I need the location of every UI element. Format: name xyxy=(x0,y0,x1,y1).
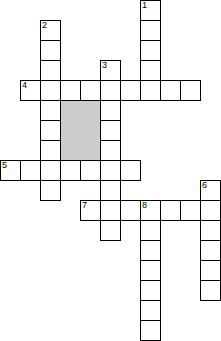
crossword-cell[interactable] xyxy=(40,80,61,101)
crossword-cell[interactable] xyxy=(40,160,61,181)
clue-number: 6 xyxy=(202,181,207,190)
crossword-cell[interactable] xyxy=(140,280,161,301)
crossword-cell[interactable] xyxy=(40,120,61,141)
crossword-cell[interactable] xyxy=(80,160,101,181)
crossword-cell[interactable] xyxy=(100,200,121,221)
crossword-cell[interactable] xyxy=(140,300,161,321)
crossword-cell[interactable] xyxy=(40,100,61,121)
crossword-cell[interactable] xyxy=(140,260,161,281)
crossword-cell[interactable] xyxy=(100,220,121,241)
clue-number: 8 xyxy=(142,201,147,210)
crossword-cell[interactable] xyxy=(60,160,81,181)
crossword-cell[interactable] xyxy=(140,40,161,61)
crossword-cell[interactable] xyxy=(100,160,121,181)
crossword-cell[interactable] xyxy=(60,80,81,101)
crossword-cell[interactable] xyxy=(200,280,221,301)
crossword-cell[interactable] xyxy=(40,180,61,201)
crossword-cell[interactable] xyxy=(100,180,121,201)
clue-number: 5 xyxy=(2,161,7,170)
crossword-cell[interactable] xyxy=(140,240,161,261)
crossword-cell[interactable] xyxy=(120,80,141,101)
crossword-cell[interactable] xyxy=(140,220,161,241)
crossword-cell[interactable] xyxy=(160,80,181,101)
crossword-cell[interactable] xyxy=(100,80,121,101)
crossword-cell[interactable] xyxy=(200,240,221,261)
clue-number: 7 xyxy=(82,201,87,210)
clue-number: 4 xyxy=(22,81,27,90)
crossword-cell[interactable] xyxy=(120,160,141,181)
crossword-cell[interactable] xyxy=(100,140,121,161)
crossword-cell[interactable] xyxy=(40,40,61,61)
crossword-cell[interactable] xyxy=(40,140,61,161)
crossword-cell[interactable] xyxy=(100,100,121,121)
crossword-cell[interactable] xyxy=(140,80,161,101)
crossword-cell[interactable] xyxy=(140,20,161,41)
shaded-block xyxy=(60,100,101,161)
clue-number: 2 xyxy=(42,21,47,30)
crossword-cell[interactable] xyxy=(80,80,101,101)
crossword-grid: 12345678 xyxy=(0,0,221,341)
clue-number: 1 xyxy=(142,1,147,10)
crossword-cell[interactable] xyxy=(200,200,221,221)
crossword-cell[interactable] xyxy=(180,200,201,221)
crossword-cell[interactable] xyxy=(40,60,61,81)
crossword-cell[interactable] xyxy=(120,200,141,221)
crossword-cell[interactable] xyxy=(140,320,161,341)
crossword-cell[interactable] xyxy=(200,260,221,281)
crossword-cell[interactable] xyxy=(180,80,201,101)
crossword-cell[interactable] xyxy=(160,200,181,221)
crossword-cell[interactable] xyxy=(200,220,221,241)
crossword-cell[interactable] xyxy=(140,60,161,81)
crossword-cell[interactable] xyxy=(100,120,121,141)
clue-number: 3 xyxy=(102,61,107,70)
crossword-cell[interactable] xyxy=(20,160,41,181)
